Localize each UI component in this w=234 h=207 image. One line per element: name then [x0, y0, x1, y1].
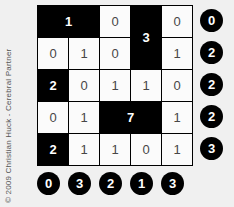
value-cell-r2c1: 0 [38, 38, 68, 69]
clue-cell-r1c4: 3 [131, 6, 161, 69]
value-cell-r3c5: 0 [162, 70, 192, 101]
value-cell-r4c5: 1 [162, 102, 192, 133]
value-cell-r2c3: 0 [100, 38, 130, 69]
clue-cell-r5c1: 2 [38, 134, 68, 165]
value-cell-r3c2: 0 [69, 70, 99, 101]
clue-cell-r3c1: 2 [38, 70, 68, 101]
row-sum-badge-2: 2 [200, 41, 223, 64]
clue-cell-r4c3: 7 [100, 102, 161, 133]
col-sum-badge-4: 1 [130, 172, 153, 195]
puzzle-board: 1030010120110017121101 [37, 5, 193, 166]
value-cell-r1c5: 0 [162, 6, 192, 37]
value-cell-r5c5: 1 [162, 134, 192, 165]
value-cell-r3c4: 1 [131, 70, 161, 101]
value-cell-r5c4: 0 [131, 134, 161, 165]
clue-cell-r1c1: 1 [38, 6, 99, 37]
value-cell-r2c5: 1 [162, 38, 192, 69]
value-cell-r4c1: 0 [38, 102, 68, 133]
row-sum-badge-4: 2 [200, 105, 223, 128]
col-sum-badge-5: 3 [161, 172, 184, 195]
copyright-text: © 2009 Christian Huck - Cerebral Partner [4, 7, 13, 203]
row-sum-badge-3: 2 [200, 73, 223, 96]
col-sum-badge-3: 2 [99, 172, 122, 195]
value-cell-r1c3: 0 [100, 6, 130, 37]
value-cell-r3c3: 1 [100, 70, 130, 101]
col-sum-badge-1: 0 [37, 172, 60, 195]
value-cell-r2c2: 1 [69, 38, 99, 69]
row-sum-badge-1: 0 [200, 9, 223, 32]
value-cell-r5c2: 1 [69, 134, 99, 165]
value-cell-r5c3: 1 [100, 134, 130, 165]
value-cell-r4c2: 1 [69, 102, 99, 133]
puzzle-screenshot: © 2009 Christian Huck - Cerebral Partner… [0, 0, 234, 207]
row-sum-badge-5: 3 [200, 137, 223, 160]
row-sum-badges: 02223 [200, 9, 223, 160]
col-sum-badge-2: 3 [68, 172, 91, 195]
column-sum-badges: 03213 [37, 172, 184, 195]
